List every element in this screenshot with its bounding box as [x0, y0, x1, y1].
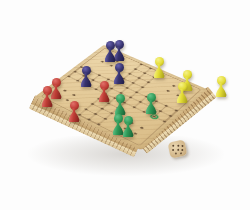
engraved-track-line	[124, 103, 134, 108]
engraved-track-line	[112, 84, 118, 89]
engraved-track-line	[171, 111, 177, 116]
engraved-track-line	[79, 109, 86, 114]
die-pips	[172, 145, 175, 148]
engraved-track-line	[93, 75, 99, 80]
peg-body	[177, 89, 188, 103]
peg-red	[99, 81, 110, 102]
peg-body	[81, 73, 92, 87]
die	[167, 139, 187, 158]
engraved-track-line	[133, 78, 139, 83]
engraved-track-line	[134, 102, 140, 107]
engraved-track-line	[96, 109, 102, 114]
engraved-track-line	[145, 68, 151, 73]
peg-body	[154, 64, 165, 78]
board-hole	[164, 105, 168, 108]
engraved-track-line	[139, 78, 149, 82]
engraved-track-line	[89, 114, 96, 119]
engraved-track-line	[156, 101, 166, 106]
engraved-track-line	[136, 69, 145, 73]
engraved-track-line	[112, 89, 121, 93]
engraved-track-line	[134, 107, 144, 112]
engraved-track-line	[160, 111, 170, 116]
peg-body	[42, 93, 53, 107]
scene	[0, 0, 250, 210]
peg-blue	[114, 63, 125, 84]
engraved-track-line	[79, 115, 89, 120]
board-hole	[149, 67, 153, 69]
engraved-track-line	[86, 104, 93, 109]
peg-body	[99, 88, 110, 102]
engraved-track-line	[127, 88, 137, 92]
engraved-track-line	[90, 71, 99, 75]
peg-red	[69, 101, 80, 122]
engraved-track-line	[137, 87, 143, 92]
engraved-track-line	[136, 64, 142, 69]
peg-body	[114, 70, 125, 84]
engraved-track-line	[93, 104, 103, 109]
engraved-track-line	[86, 109, 96, 114]
peg-blue	[81, 66, 92, 87]
peg-body	[115, 101, 126, 115]
engraved-track-line	[124, 74, 130, 79]
peg-red	[42, 86, 53, 107]
engraved-track-line	[102, 103, 108, 108]
peg-green	[115, 94, 126, 115]
engraved-track-line	[131, 92, 137, 97]
peg-body	[146, 100, 157, 114]
board-hole	[166, 90, 170, 92]
engraved-track-line	[99, 75, 108, 79]
engraved-track-line	[133, 83, 143, 87]
engraved-track-line	[149, 77, 155, 82]
engraved-track-line	[143, 82, 149, 87]
engraved-track-line	[121, 88, 127, 93]
board-hole	[140, 127, 144, 130]
peg-body	[123, 123, 134, 137]
engraved-track-line	[118, 84, 127, 88]
peg-yellow	[154, 57, 165, 78]
peg-body	[105, 48, 116, 62]
engraved-track-line	[139, 73, 145, 78]
engraved-track-line	[69, 72, 75, 77]
peg-yellow	[177, 82, 188, 103]
engraved-track-line	[99, 119, 106, 125]
engraved-track-line	[141, 64, 150, 68]
engraved-track-line	[96, 114, 106, 119]
engraved-track-line	[166, 106, 176, 111]
board-hole	[72, 94, 76, 96]
peg-body	[216, 83, 227, 97]
engraved-track-line	[164, 116, 170, 122]
engraved-track-line	[160, 106, 166, 111]
peg-blue	[105, 41, 116, 62]
engraved-track-line	[124, 79, 133, 83]
peg-green	[123, 116, 134, 137]
engraved-track-line	[130, 69, 136, 74]
engraved-track-line	[102, 109, 112, 114]
board-hole	[152, 115, 156, 118]
engraved-track-line	[69, 77, 78, 81]
engraved-track-line	[130, 74, 139, 78]
peg-green	[146, 93, 157, 114]
board-hole	[158, 110, 162, 113]
engraved-track-line	[89, 120, 99, 125]
board-hole	[172, 85, 176, 87]
engraved-track-line	[131, 97, 141, 102]
peg-body	[69, 108, 80, 122]
board-hole	[63, 89, 67, 91]
engraved-track-line	[105, 113, 111, 118]
board-hole	[133, 132, 137, 135]
peg-yellow	[216, 76, 227, 97]
engraved-track-line	[127, 83, 133, 88]
board-hole	[147, 81, 151, 83]
